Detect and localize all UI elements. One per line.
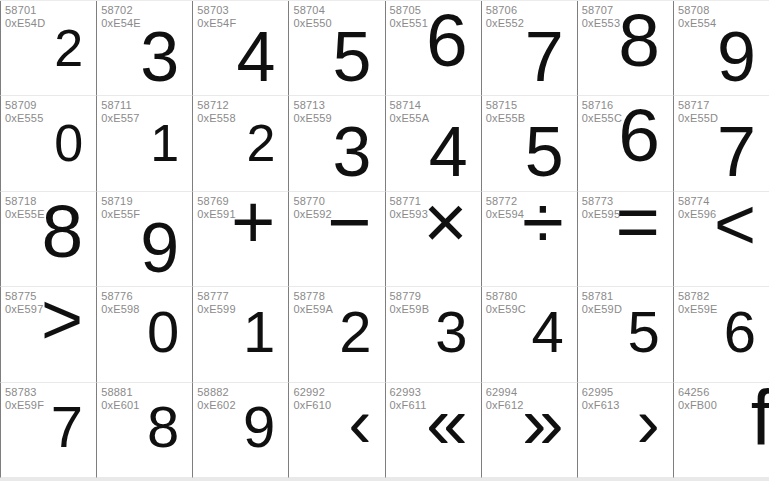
glyph-hex-code: 0xE597	[5, 303, 44, 316]
glyph-decimal-code: 58770	[293, 195, 332, 208]
glyph-hex-code: 0xE554	[678, 17, 717, 30]
glyph-hex-code: 0xE55F	[101, 208, 140, 221]
glyph-codepoint-label: 58718 0xE55E	[5, 195, 45, 221]
glyph-cell-58881[interactable]: 58881 0xE601 8	[96, 383, 192, 478]
glyph-decimal-code: 58778	[293, 290, 333, 303]
glyph-codepoint-label: 58716 0xE55C	[582, 99, 622, 125]
glyph-decimal-code: 58716	[582, 99, 622, 112]
glyph-decimal-code: 58717	[678, 99, 718, 112]
glyph-decimal-code: 62995	[582, 386, 620, 399]
glyph-hex-code: 0xF610	[293, 399, 331, 412]
glyph-cell-58716[interactable]: 58716 0xE55C 6	[577, 96, 673, 191]
glyph-hex-code: 0xE559	[293, 112, 332, 125]
glyph-codepoint-label: 62992 0xF610	[293, 386, 331, 412]
glyph-hex-code: 0xE596	[678, 208, 717, 221]
glyph-codepoint-label: 58712 0xE558	[197, 99, 236, 125]
glyph-codepoint-label: 58774 0xE596	[678, 195, 717, 221]
glyph-hex-code: 0xE552	[486, 17, 525, 30]
glyph-hex-code: 0xE550	[293, 17, 332, 30]
glyph-codepoint-label: 58773 0xE595	[582, 195, 621, 221]
glyph-codepoint-label: 58711 0xE557	[101, 99, 140, 125]
glyph-hex-code: 0xE591	[197, 208, 236, 221]
glyph-codepoint-label: 58769 0xE591	[197, 195, 236, 221]
glyph-codepoint-label: 58781 0xE59D	[582, 290, 622, 316]
glyph-codepoint-label: 58778 0xE59A	[293, 290, 333, 316]
glyph-cell-58771[interactable]: 58771 0xE593 ×	[385, 192, 481, 287]
glyph-cell-58780[interactable]: 58780 0xE59C 4	[481, 287, 577, 382]
glyph-hex-code: 0xE593	[390, 208, 429, 221]
glyph-hex-code: 0xE59A	[293, 303, 333, 316]
glyph-codepoint-label: 58701 0xE54D	[5, 4, 45, 30]
glyph-hex-code: 0xE555	[5, 112, 44, 125]
glyph-codepoint-label: 64256 0xFB00	[678, 386, 717, 412]
glyph-codepoint-label: 58776 0xE598	[101, 290, 140, 316]
glyph-decimal-code: 58704	[293, 4, 332, 17]
glyph-codepoint-label: 58717 0xE55D	[678, 99, 718, 125]
glyph-hex-code: 0xE558	[197, 112, 236, 125]
glyph-decimal-code: 58881	[101, 386, 140, 399]
glyph-codepoint-label: 58719 0xE55F	[101, 195, 140, 221]
glyph-codepoint-label: 58713 0xE559	[293, 99, 332, 125]
glyph-decimal-code: 58715	[486, 99, 526, 112]
glyph-cell-62994[interactable]: 62994 0xF612 »	[481, 383, 577, 478]
glyph-hex-code: 0xE601	[101, 399, 140, 412]
glyph-cell-62993[interactable]: 62993 0xF611 «	[385, 383, 481, 478]
glyph-decimal-code: 62993	[390, 386, 427, 399]
glyph-decimal-code: 58703	[197, 4, 236, 17]
glyph-codepoint-label: 58777 0xE599	[197, 290, 236, 316]
glyph-cell-62992[interactable]: 62992 0xF610 ‹	[288, 383, 384, 478]
glyph-decimal-code: 58780	[486, 290, 526, 303]
glyph-decimal-code: 58719	[101, 195, 140, 208]
glyph-hex-code: 0xE592	[293, 208, 332, 221]
glyph-cell-58775[interactable]: 58775 0xE597 >	[0, 287, 96, 382]
glyph-codepoint-label: 58882 0xE602	[197, 386, 236, 412]
glyph-codepoint-label: 58783 0xE59F	[5, 386, 44, 412]
glyph-codepoint-label: 58780 0xE59C	[486, 290, 526, 316]
glyph-cell-58712[interactable]: 58712 0xE558 2	[192, 96, 288, 191]
glyph-cell-58779[interactable]: 58779 0xE59B 3	[385, 287, 481, 382]
glyph-codepoint-label: 58881 0xE601	[101, 386, 140, 412]
glyph-hex-code: 0xFB00	[678, 399, 717, 412]
glyph-decimal-code: 58712	[197, 99, 236, 112]
glyph-cell-58718[interactable]: 58718 0xE55E 8	[0, 192, 96, 287]
glyph-table: 58701 0xE54D 2 58702 0xE54E 3 58703 0xE5…	[0, 0, 769, 478]
glyph-cell-58769[interactable]: 58769 0xE591 +	[192, 192, 288, 287]
glyph-codepoint-label: 58779 0xE59B	[390, 290, 430, 316]
glyph-decimal-code: 58774	[678, 195, 717, 208]
glyph-cell-58715[interactable]: 58715 0xE55B 5	[481, 96, 577, 191]
glyph-cell-58704[interactable]: 58704 0xE550 5	[288, 1, 384, 96]
glyph-decimal-code: 58718	[5, 195, 45, 208]
glyph-cell-58702[interactable]: 58702 0xE54E 3	[96, 1, 192, 96]
glyph-cell-58707[interactable]: 58707 0xE553 8	[577, 1, 673, 96]
glyph-codepoint-label: 62994 0xF612	[486, 386, 524, 412]
glyph-decimal-code: 58701	[5, 4, 45, 17]
glyph-decimal-code: 58779	[390, 290, 430, 303]
glyph-cell-64256[interactable]: 64256 0xFB00 ff	[673, 383, 769, 478]
glyph-cell-58772[interactable]: 58772 0xE594 ÷	[481, 192, 577, 287]
glyph-hex-code: 0xE55C	[582, 112, 622, 125]
glyph-cell-58713[interactable]: 58713 0xE559 3	[288, 96, 384, 191]
glyph-decimal-code: 58705	[390, 4, 429, 17]
glyph-decimal-code: 58711	[101, 99, 140, 112]
glyph-decimal-code: 58782	[678, 290, 718, 303]
glyph-decimal-code: 58709	[5, 99, 44, 112]
glyph-cell-58701[interactable]: 58701 0xE54D 2	[0, 1, 96, 96]
glyph-cell-58703[interactable]: 58703 0xE54F 4	[192, 1, 288, 96]
glyph-hex-code: 0xE54D	[5, 17, 45, 30]
glyph-codepoint-label: 58703 0xE54F	[197, 4, 236, 30]
glyph-hex-code: 0xE594	[486, 208, 525, 221]
glyph-decimal-code: 58702	[101, 4, 141, 17]
glyph-hex-code: 0xE59F	[5, 399, 44, 412]
glyph-decimal-code: 58777	[197, 290, 236, 303]
glyph-decimal-code: 58706	[486, 4, 525, 17]
glyph-codepoint-label: 58702 0xE54E	[101, 4, 141, 30]
glyph-codepoint-label: 58771 0xE593	[390, 195, 429, 221]
glyph-cell-62995[interactable]: 62995 0xF613 ›	[577, 383, 673, 478]
glyph-hex-code: 0xE55B	[486, 112, 526, 125]
glyph-decimal-code: 62992	[293, 386, 331, 399]
glyph-cell-58717[interactable]: 58717 0xE55D 7	[673, 96, 769, 191]
glyph-decimal-code: 58707	[582, 4, 621, 17]
glyph-cell-58708[interactable]: 58708 0xE554 9	[673, 1, 769, 96]
glyph-cell-58705[interactable]: 58705 0xE551 6	[385, 1, 481, 96]
glyph-cell-58776[interactable]: 58776 0xE598 0	[96, 287, 192, 382]
glyph-codepoint-label: 58782 0xE59E	[678, 290, 718, 316]
glyph-decimal-code: 58713	[293, 99, 332, 112]
glyph-decimal-code: 58772	[486, 195, 525, 208]
glyph-hex-code: 0xE595	[582, 208, 621, 221]
glyph-hex-code: 0xE557	[101, 112, 140, 125]
glyph-hex-code: 0xE59D	[582, 303, 622, 316]
glyph-codepoint-label: 58706 0xE552	[486, 4, 525, 30]
glyph-cell-58882[interactable]: 58882 0xE602 9	[192, 383, 288, 478]
glyph-cell-58777[interactable]: 58777 0xE599 1	[192, 287, 288, 382]
glyph-decimal-code: 58783	[5, 386, 44, 399]
glyph-cell-58714[interactable]: 58714 0xE55A 4	[385, 96, 481, 191]
glyph-codepoint-label: 58770 0xE592	[293, 195, 332, 221]
glyph-codepoint-label: 58707 0xE553	[582, 4, 621, 30]
glyph-hex-code: 0xE59E	[678, 303, 718, 316]
glyph-cell-58778[interactable]: 58778 0xE59A 2	[288, 287, 384, 382]
glyph-decimal-code: 58714	[390, 99, 430, 112]
glyph-hex-code: 0xF613	[582, 399, 620, 412]
glyph-codepoint-label: 58714 0xE55A	[390, 99, 430, 125]
glyph-codepoint-label: 58709 0xE555	[5, 99, 44, 125]
glyph-hex-code: 0xE598	[101, 303, 140, 316]
glyph-decimal-code: 58769	[197, 195, 236, 208]
glyph-codepoint-label: 58708 0xE554	[678, 4, 717, 30]
glyph-hex-code: 0xE59C	[486, 303, 526, 316]
glyph-cell-58783[interactable]: 58783 0xE59F 7	[0, 383, 96, 478]
glyph-decimal-code: 58781	[582, 290, 622, 303]
glyph-hex-code: 0xE54F	[197, 17, 236, 30]
glyph-codepoint-label: 58772 0xE594	[486, 195, 525, 221]
glyph-hex-code: 0xE55D	[678, 112, 718, 125]
glyph-codepoint-label: 58704 0xE550	[293, 4, 332, 30]
glyph-hex-code: 0xE55A	[390, 112, 430, 125]
glyph-hex-code: 0xE59B	[390, 303, 430, 316]
glyph-hex-code: 0xE602	[197, 399, 236, 412]
glyph-codepoint-label: 58775 0xE597	[5, 290, 44, 316]
glyph-cell-58774[interactable]: 58774 0xE596 <	[673, 192, 769, 287]
glyph-codepoint-label: 58715 0xE55B	[486, 99, 526, 125]
glyph-hex-code: 0xE551	[390, 17, 429, 30]
glyph-cell-58706[interactable]: 58706 0xE552 7	[481, 1, 577, 96]
glyph-hex-code: 0xE55E	[5, 208, 45, 221]
glyph-cell-58711[interactable]: 58711 0xE557 1	[96, 96, 192, 191]
glyph-hex-code: 0xF612	[486, 399, 524, 412]
glyph-hex-code: 0xE553	[582, 17, 621, 30]
glyph-codepoint-label: 62993 0xF611	[390, 386, 427, 412]
glyph-decimal-code: 58773	[582, 195, 621, 208]
glyph-decimal-code: 58771	[390, 195, 429, 208]
glyph-decimal-code: 58776	[101, 290, 140, 303]
glyph-hex-code: 0xE599	[197, 303, 236, 316]
glyph-codepoint-label: 62995 0xF613	[582, 386, 620, 412]
glyph-cell-58719[interactable]: 58719 0xE55F 9	[96, 192, 192, 287]
glyph-hex-code: 0xF611	[390, 399, 427, 412]
glyph-decimal-code: 62994	[486, 386, 524, 399]
glyph-cell-58782[interactable]: 58782 0xE59E 6	[673, 287, 769, 382]
glyph-cell-58781[interactable]: 58781 0xE59D 5	[577, 287, 673, 382]
glyph-hex-code: 0xE54E	[101, 17, 141, 30]
glyph-decimal-code: 58708	[678, 4, 717, 17]
glyph-decimal-code: 58882	[197, 386, 236, 399]
glyph-cell-58709[interactable]: 58709 0xE555 0	[0, 96, 96, 191]
glyph-decimal-code: 64256	[678, 386, 717, 399]
glyph-decimal-code: 58775	[5, 290, 44, 303]
glyph-cell-58770[interactable]: 58770 0xE592 −	[288, 192, 384, 287]
glyph-codepoint-label: 58705 0xE551	[390, 4, 429, 30]
glyph-cell-58773[interactable]: 58773 0xE595 =	[577, 192, 673, 287]
